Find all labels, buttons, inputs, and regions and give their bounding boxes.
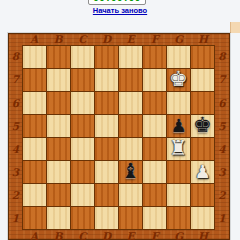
square-f5[interactable] — [143, 115, 166, 137]
rank-label-2: 2 — [215, 184, 229, 207]
file-labels-bottom: ABCDEFGH — [22, 230, 215, 240]
piece-black-pawn[interactable]: ♟ — [170, 117, 186, 136]
piece-black-king[interactable]: ♚ — [193, 115, 212, 137]
file-label-h: H — [191, 230, 215, 240]
timer-box: 00:00:00 — [88, 0, 146, 5]
square-g8[interactable] — [167, 46, 190, 68]
file-label-f: F — [143, 230, 167, 240]
rank-label-3: 3 — [215, 161, 229, 184]
square-h1[interactable] — [191, 207, 214, 229]
square-a2[interactable] — [23, 184, 46, 206]
square-e7[interactable] — [119, 69, 142, 91]
file-label-c: C — [70, 34, 94, 45]
square-c4[interactable] — [71, 138, 94, 160]
file-label-e: E — [119, 34, 143, 45]
square-e3[interactable]: ♝ — [119, 161, 142, 183]
square-f8[interactable] — [143, 46, 166, 68]
square-f6[interactable] — [143, 92, 166, 114]
rank-label-1: 1 — [215, 207, 229, 230]
square-c8[interactable] — [71, 46, 94, 68]
square-e1[interactable] — [119, 207, 142, 229]
square-f2[interactable] — [143, 184, 166, 206]
square-b5[interactable] — [47, 115, 70, 137]
piece-black-bishop[interactable]: ♝ — [121, 161, 140, 183]
board-squares[interactable]: ♚♟♚♜♝♟ — [22, 45, 215, 230]
square-h8[interactable] — [191, 46, 214, 68]
square-g6[interactable] — [167, 92, 190, 114]
file-labels-top: ABCDEFGH — [22, 34, 215, 45]
square-h4[interactable] — [191, 138, 214, 160]
rank-label-4: 4 — [215, 138, 229, 161]
rank-label-5: 5 — [215, 114, 229, 137]
square-b4[interactable] — [47, 138, 70, 160]
square-b7[interactable] — [47, 69, 70, 91]
rank-labels-right: 87654321 — [215, 45, 229, 230]
square-d7[interactable] — [95, 69, 118, 91]
square-a7[interactable] — [23, 69, 46, 91]
square-d8[interactable] — [95, 46, 118, 68]
rank-label-6: 6 — [215, 91, 229, 114]
square-f1[interactable] — [143, 207, 166, 229]
file-label-g: G — [167, 34, 191, 45]
square-a8[interactable] — [23, 46, 46, 68]
square-g7[interactable]: ♚ — [167, 69, 190, 91]
square-a4[interactable] — [23, 138, 46, 160]
square-h7[interactable] — [191, 69, 214, 91]
file-label-d: D — [94, 230, 118, 240]
square-d4[interactable] — [95, 138, 118, 160]
chess-board[interactable]: ABCDEFGH 87654321 ♚♟♚♜♝♟ 87654321 ABCDEF… — [8, 33, 230, 240]
square-h3[interactable]: ♟ — [191, 161, 214, 183]
square-b2[interactable] — [47, 184, 70, 206]
square-f3[interactable] — [143, 161, 166, 183]
square-e5[interactable] — [119, 115, 142, 137]
square-d3[interactable] — [95, 161, 118, 183]
timer-text: 00:00:00 — [93, 0, 140, 3]
square-a6[interactable] — [23, 92, 46, 114]
file-label-a: A — [22, 230, 46, 240]
square-f4[interactable] — [143, 138, 166, 160]
square-c2[interactable] — [71, 184, 94, 206]
square-c5[interactable] — [71, 115, 94, 137]
file-label-a: A — [22, 34, 46, 45]
piece-white-king[interactable]: ♚ — [169, 69, 188, 91]
square-c6[interactable] — [71, 92, 94, 114]
square-a1[interactable] — [23, 207, 46, 229]
square-h6[interactable] — [191, 92, 214, 114]
square-b3[interactable] — [47, 161, 70, 183]
square-e6[interactable] — [119, 92, 142, 114]
square-e2[interactable] — [119, 184, 142, 206]
piece-white-rook[interactable]: ♜ — [169, 138, 188, 160]
square-e4[interactable] — [119, 138, 142, 160]
square-g4[interactable]: ♜ — [167, 138, 190, 160]
square-b6[interactable] — [47, 92, 70, 114]
square-g2[interactable] — [167, 184, 190, 206]
piece-white-pawn[interactable]: ♟ — [194, 163, 210, 182]
square-a5[interactable] — [23, 115, 46, 137]
rank-label-4: 4 — [9, 138, 22, 161]
file-label-h: H — [191, 34, 215, 45]
file-label-g: G — [167, 230, 191, 240]
square-c1[interactable] — [71, 207, 94, 229]
restart-link[interactable]: Начать заново — [0, 6, 240, 15]
file-label-d: D — [94, 34, 118, 45]
rank-label-1: 1 — [9, 207, 22, 230]
square-f7[interactable] — [143, 69, 166, 91]
square-c3[interactable] — [71, 161, 94, 183]
file-label-f: F — [143, 34, 167, 45]
rank-label-2: 2 — [9, 184, 22, 207]
square-e8[interactable] — [119, 46, 142, 68]
square-c7[interactable] — [71, 69, 94, 91]
square-d6[interactable] — [95, 92, 118, 114]
square-d1[interactable] — [95, 207, 118, 229]
file-label-e: E — [119, 230, 143, 240]
rank-label-7: 7 — [215, 68, 229, 91]
square-g1[interactable] — [167, 207, 190, 229]
file-label-b: B — [46, 230, 70, 240]
square-g3[interactable] — [167, 161, 190, 183]
right-edge-panel-fragment — [230, 22, 240, 33]
square-h2[interactable] — [191, 184, 214, 206]
file-label-c: C — [70, 230, 94, 240]
square-b8[interactable] — [47, 46, 70, 68]
rank-labels-left: 87654321 — [9, 45, 22, 230]
square-g5[interactable]: ♟ — [167, 115, 190, 137]
rank-label-7: 7 — [9, 68, 22, 91]
square-d5[interactable] — [95, 115, 118, 137]
rank-label-5: 5 — [9, 114, 22, 137]
square-a3[interactable] — [23, 161, 46, 183]
square-h5[interactable]: ♚ — [191, 115, 214, 137]
square-b1[interactable] — [47, 207, 70, 229]
rank-label-6: 6 — [9, 91, 22, 114]
rank-label-3: 3 — [9, 161, 22, 184]
square-d2[interactable] — [95, 184, 118, 206]
rank-label-8: 8 — [215, 45, 229, 68]
file-label-b: B — [46, 34, 70, 45]
rank-label-8: 8 — [9, 45, 22, 68]
